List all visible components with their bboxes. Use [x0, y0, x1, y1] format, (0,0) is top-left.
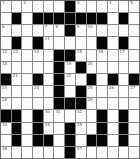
white-cell-r4c11[interactable]	[108, 37, 118, 48]
white-cell-r9c5[interactable]	[44, 98, 54, 109]
white-cell-r11c13[interactable]	[129, 123, 139, 134]
clue-number-18: 18	[2, 62, 7, 66]
white-cell-r8c12[interactable]	[119, 86, 129, 97]
clue-number-36: 36	[2, 147, 7, 151]
clue-number-5: 5	[130, 1, 133, 5]
white-cell-r5c10[interactable]: 16	[97, 50, 107, 61]
white-cell-r9c10[interactable]	[97, 98, 107, 109]
white-cell-r12c8[interactable]	[76, 135, 86, 146]
clue-number-19: 19	[66, 62, 71, 66]
white-cell-r6c13[interactable]	[129, 62, 139, 73]
white-cell-r6c4[interactable]	[33, 62, 43, 73]
white-cell-r11c11[interactable]	[108, 123, 118, 134]
white-cell-r4c3[interactable]	[22, 37, 32, 48]
black-cell-r4c12	[119, 37, 129, 48]
black-cell-r7c13	[129, 74, 139, 85]
white-cell-r3c4[interactable]	[33, 25, 43, 36]
white-cell-r9c2[interactable]	[12, 98, 22, 109]
black-cell-r11c12	[119, 123, 129, 134]
white-cell-r9c12[interactable]	[119, 98, 129, 109]
white-cell-r3c6[interactable]: 8	[54, 25, 64, 36]
clue-number-14: 14	[34, 50, 39, 54]
black-cell-r10c10	[97, 110, 107, 121]
white-cell-r1c5[interactable]	[44, 1, 54, 12]
black-cell-r12c12	[119, 135, 129, 146]
white-cell-r8c3[interactable]	[22, 86, 32, 97]
black-cell-r8c6	[54, 86, 64, 97]
black-cell-r10c1	[1, 110, 11, 121]
black-cell-r7c6	[54, 74, 64, 85]
black-cell-r2c6	[54, 13, 64, 24]
black-cell-r7c9	[87, 74, 97, 85]
white-cell-r13c9[interactable]	[87, 147, 97, 158]
black-cell-r2c4	[33, 13, 43, 24]
white-cell-r10c3[interactable]	[22, 110, 32, 121]
white-cell-r6c1[interactable]: 18	[1, 62, 11, 73]
white-cell-r13c13[interactable]	[129, 147, 139, 158]
white-cell-r9c9[interactable]: 29	[87, 98, 97, 109]
white-cell-r11c5[interactable]: 34	[44, 123, 54, 134]
white-cell-r5c12[interactable]: 17	[119, 50, 129, 61]
white-cell-r11c6[interactable]	[54, 123, 64, 134]
white-cell-r1c1[interactable]: 1	[1, 1, 11, 12]
clue-number-29: 29	[88, 98, 93, 102]
white-cell-r6c10[interactable]	[97, 62, 107, 73]
black-cell-r2c9	[87, 13, 97, 24]
clue-number-24: 24	[34, 86, 39, 90]
white-cell-r12c13[interactable]	[129, 135, 139, 146]
black-cell-r12c2	[12, 135, 22, 146]
white-cell-r5c1[interactable]: 12	[1, 50, 11, 61]
clue-number-21: 21	[13, 74, 18, 78]
black-cell-r4c10	[97, 37, 107, 48]
white-cell-r8c7[interactable]	[65, 86, 75, 97]
clue-number-16: 16	[98, 50, 103, 54]
clue-number-6: 6	[2, 25, 5, 29]
white-cell-r7c8[interactable]	[76, 74, 86, 85]
white-cell-r11c8[interactable]: 35	[76, 123, 86, 134]
black-cell-r2c7	[65, 13, 75, 24]
white-cell-r13c12[interactable]	[119, 147, 129, 158]
white-cell-r1c6[interactable]	[54, 1, 64, 12]
white-cell-r13c10[interactable]	[97, 147, 107, 158]
white-cell-r5c13[interactable]	[129, 50, 139, 61]
white-cell-r9c3[interactable]	[22, 98, 32, 109]
clue-number-25: 25	[88, 86, 93, 90]
clue-number-12: 12	[2, 50, 7, 54]
black-cell-r5c7	[65, 50, 75, 61]
clue-number-32: 32	[77, 110, 82, 114]
white-cell-r9c1[interactable]: 28	[1, 98, 11, 109]
white-cell-r7c10[interactable]	[97, 74, 107, 85]
black-cell-r8c8	[76, 86, 86, 97]
clue-number-2: 2	[23, 1, 26, 5]
white-cell-r1c13[interactable]: 5	[129, 1, 139, 12]
white-cell-r3c13[interactable]	[129, 25, 139, 36]
black-cell-r11c10	[97, 123, 107, 134]
white-cell-r10c6[interactable]: 31	[54, 110, 64, 121]
white-cell-r3c8[interactable]: 9	[76, 25, 86, 36]
white-cell-r10c5[interactable]: 30	[44, 110, 54, 121]
black-cell-r1c7	[65, 1, 75, 12]
clue-number-22: 22	[66, 74, 71, 78]
white-cell-r11c1[interactable]: 33	[1, 123, 11, 134]
white-cell-r3c12[interactable]	[119, 25, 129, 36]
white-cell-r9c11[interactable]	[108, 98, 118, 109]
white-cell-r6c2[interactable]	[12, 62, 22, 73]
white-cell-r1c8[interactable]: 3	[76, 1, 86, 12]
white-cell-r4c13[interactable]	[129, 37, 139, 48]
black-cell-r2c10	[97, 13, 107, 24]
white-cell-r4c8[interactable]	[76, 37, 86, 48]
clue-number-27: 27	[130, 86, 135, 90]
black-cell-r9c6	[54, 98, 64, 109]
black-cell-r6c8	[76, 62, 86, 73]
white-cell-r6c5[interactable]	[44, 62, 54, 73]
white-cell-r7c5[interactable]	[44, 74, 54, 85]
clue-number-9: 9	[77, 25, 80, 29]
white-cell-r10c13[interactable]	[129, 110, 139, 121]
white-cell-r2c1[interactable]	[1, 13, 11, 24]
black-cell-r7c11	[108, 74, 118, 85]
clue-number-28: 28	[2, 98, 7, 102]
black-cell-r12c9	[87, 135, 97, 146]
white-cell-r6c7[interactable]: 19	[65, 62, 75, 73]
white-cell-r4c6[interactable]	[54, 37, 64, 48]
black-cell-r9c8	[76, 98, 86, 109]
white-cell-r3c3[interactable]	[22, 25, 32, 36]
white-cell-r7c3[interactable]	[22, 74, 32, 85]
white-cell-r10c8[interactable]: 32	[76, 110, 86, 121]
black-cell-r11c2	[12, 123, 22, 134]
black-cell-r4c4	[33, 37, 43, 48]
crossword-grid: 1234567891011121314151617181920212223242…	[1, 1, 139, 158]
clue-number-11: 11	[45, 37, 50, 41]
white-cell-r3c2[interactable]	[12, 25, 22, 36]
clue-number-17: 17	[120, 50, 125, 54]
white-cell-r10c9[interactable]	[87, 110, 97, 121]
white-cell-r7c12[interactable]	[119, 74, 129, 85]
clue-number-37: 37	[77, 147, 82, 151]
black-cell-r9c7	[65, 98, 75, 109]
white-cell-r8c2[interactable]	[12, 86, 22, 97]
clue-number-23: 23	[2, 86, 7, 90]
white-cell-r12c6[interactable]	[54, 135, 64, 146]
white-cell-r8c1[interactable]: 23	[1, 86, 11, 97]
clue-number-31: 31	[55, 110, 60, 114]
clue-number-35: 35	[77, 123, 82, 127]
white-cell-r8c5[interactable]	[44, 86, 54, 97]
black-cell-r12c10	[97, 135, 107, 146]
white-cell-r3c1[interactable]: 6	[1, 25, 11, 36]
white-cell-r12c3[interactable]	[22, 135, 32, 146]
white-cell-r13c1[interactable]: 36	[1, 147, 11, 158]
white-cell-r2c13[interactable]	[129, 13, 139, 24]
white-cell-r5c2[interactable]: 13	[12, 50, 22, 61]
white-cell-r13c6[interactable]	[54, 147, 64, 158]
black-cell-r12c7	[65, 135, 75, 146]
white-cell-r11c3[interactable]	[22, 123, 32, 134]
white-cell-r8c4[interactable]: 24	[33, 86, 43, 97]
black-cell-r2c8	[76, 13, 86, 24]
white-cell-r1c4[interactable]	[33, 1, 43, 12]
crossword-board-frame: 1234567891011121314151617181920212223242…	[0, 0, 140, 159]
clue-number-3: 3	[77, 1, 80, 5]
white-cell-r13c2[interactable]	[12, 147, 22, 158]
white-cell-r5c8[interactable]: 15	[76, 50, 86, 61]
white-cell-r11c9[interactable]	[87, 123, 97, 134]
clue-number-34: 34	[45, 123, 50, 127]
white-cell-r9c4[interactable]	[33, 98, 43, 109]
white-cell-r1c10[interactable]	[97, 1, 107, 12]
black-cell-r2c2	[12, 13, 22, 24]
white-cell-r6c11[interactable]	[108, 62, 118, 73]
white-cell-r1c11[interactable]: 4	[108, 1, 118, 12]
white-cell-r2c11[interactable]	[108, 13, 118, 24]
clue-number-10: 10	[88, 25, 93, 29]
white-cell-r13c11[interactable]	[108, 147, 118, 158]
white-cell-r13c5[interactable]	[44, 147, 54, 158]
clue-number-1: 1	[2, 1, 5, 5]
white-cell-r1c9[interactable]	[87, 1, 97, 12]
white-cell-r5c3[interactable]	[22, 50, 32, 61]
clue-number-8: 8	[55, 25, 58, 29]
white-cell-r8c9[interactable]: 25	[87, 86, 97, 97]
white-cell-r4c5[interactable]: 11	[44, 37, 54, 48]
black-cell-r13c7	[65, 147, 75, 158]
white-cell-r5c4[interactable]: 14	[33, 50, 43, 61]
white-cell-r13c4[interactable]	[33, 147, 43, 158]
clue-number-26: 26	[109, 86, 114, 90]
clue-number-33: 33	[2, 123, 7, 127]
clue-number-15: 15	[77, 50, 82, 54]
clue-number-20: 20	[88, 62, 93, 66]
white-cell-r1c2[interactable]	[12, 1, 22, 12]
white-cell-r10c7[interactable]	[65, 110, 75, 121]
black-cell-r2c12	[119, 13, 129, 24]
white-cell-r3c10[interactable]	[97, 25, 107, 36]
black-cell-r5c6	[54, 50, 64, 61]
white-cell-r13c8[interactable]: 37	[76, 147, 86, 158]
black-cell-r7c4	[33, 74, 43, 85]
clue-number-30: 30	[45, 110, 50, 114]
white-cell-r6c9[interactable]: 20	[87, 62, 97, 73]
white-cell-r12c11[interactable]	[108, 135, 118, 146]
white-cell-r8c10[interactable]	[97, 86, 107, 97]
white-cell-r4c7[interactable]	[65, 37, 75, 48]
white-cell-r2c3[interactable]	[22, 13, 32, 24]
white-cell-r5c11[interactable]	[108, 50, 118, 61]
black-cell-r10c12	[119, 110, 129, 121]
clue-number-7: 7	[45, 25, 48, 29]
clue-number-13: 13	[13, 50, 18, 54]
white-cell-r1c3[interactable]: 2	[22, 1, 32, 12]
black-cell-r12c4	[33, 135, 43, 146]
white-cell-r10c11[interactable]	[108, 110, 118, 121]
black-cell-r4c2	[12, 37, 22, 48]
white-cell-r7c2[interactable]: 21	[12, 74, 22, 85]
black-cell-r10c2	[12, 110, 22, 121]
black-cell-r11c4	[33, 123, 43, 134]
white-cell-r1c12[interactable]	[119, 1, 129, 12]
white-cell-r8c11[interactable]: 26	[108, 86, 118, 97]
white-cell-r3c9[interactable]: 10	[87, 25, 97, 36]
white-cell-r3c5[interactable]: 7	[44, 25, 54, 36]
white-cell-r3c11[interactable]	[108, 25, 118, 36]
black-cell-r2c5	[44, 13, 54, 24]
white-cell-r4c9[interactable]	[87, 37, 97, 48]
white-cell-r13c3[interactable]	[22, 147, 32, 158]
white-cell-r6c3[interactable]	[22, 62, 32, 73]
white-cell-r8c13[interactable]: 27	[129, 86, 139, 97]
black-cell-r3c7	[65, 25, 75, 36]
black-cell-r7c1	[1, 74, 11, 85]
white-cell-r7c7[interactable]: 22	[65, 74, 75, 85]
black-cell-r6c6	[54, 62, 64, 73]
white-cell-r4c1[interactable]	[1, 37, 11, 48]
black-cell-r11c7	[65, 123, 75, 134]
black-cell-r12c5	[44, 135, 54, 146]
white-cell-r5c9[interactable]	[87, 50, 97, 61]
clue-number-4: 4	[109, 1, 112, 5]
white-cell-r6c12[interactable]	[119, 62, 129, 73]
white-cell-r12c1[interactable]	[1, 135, 11, 146]
white-cell-r5c5[interactable]	[44, 50, 54, 61]
black-cell-r10c4	[33, 110, 43, 121]
white-cell-r9c13[interactable]	[129, 98, 139, 109]
